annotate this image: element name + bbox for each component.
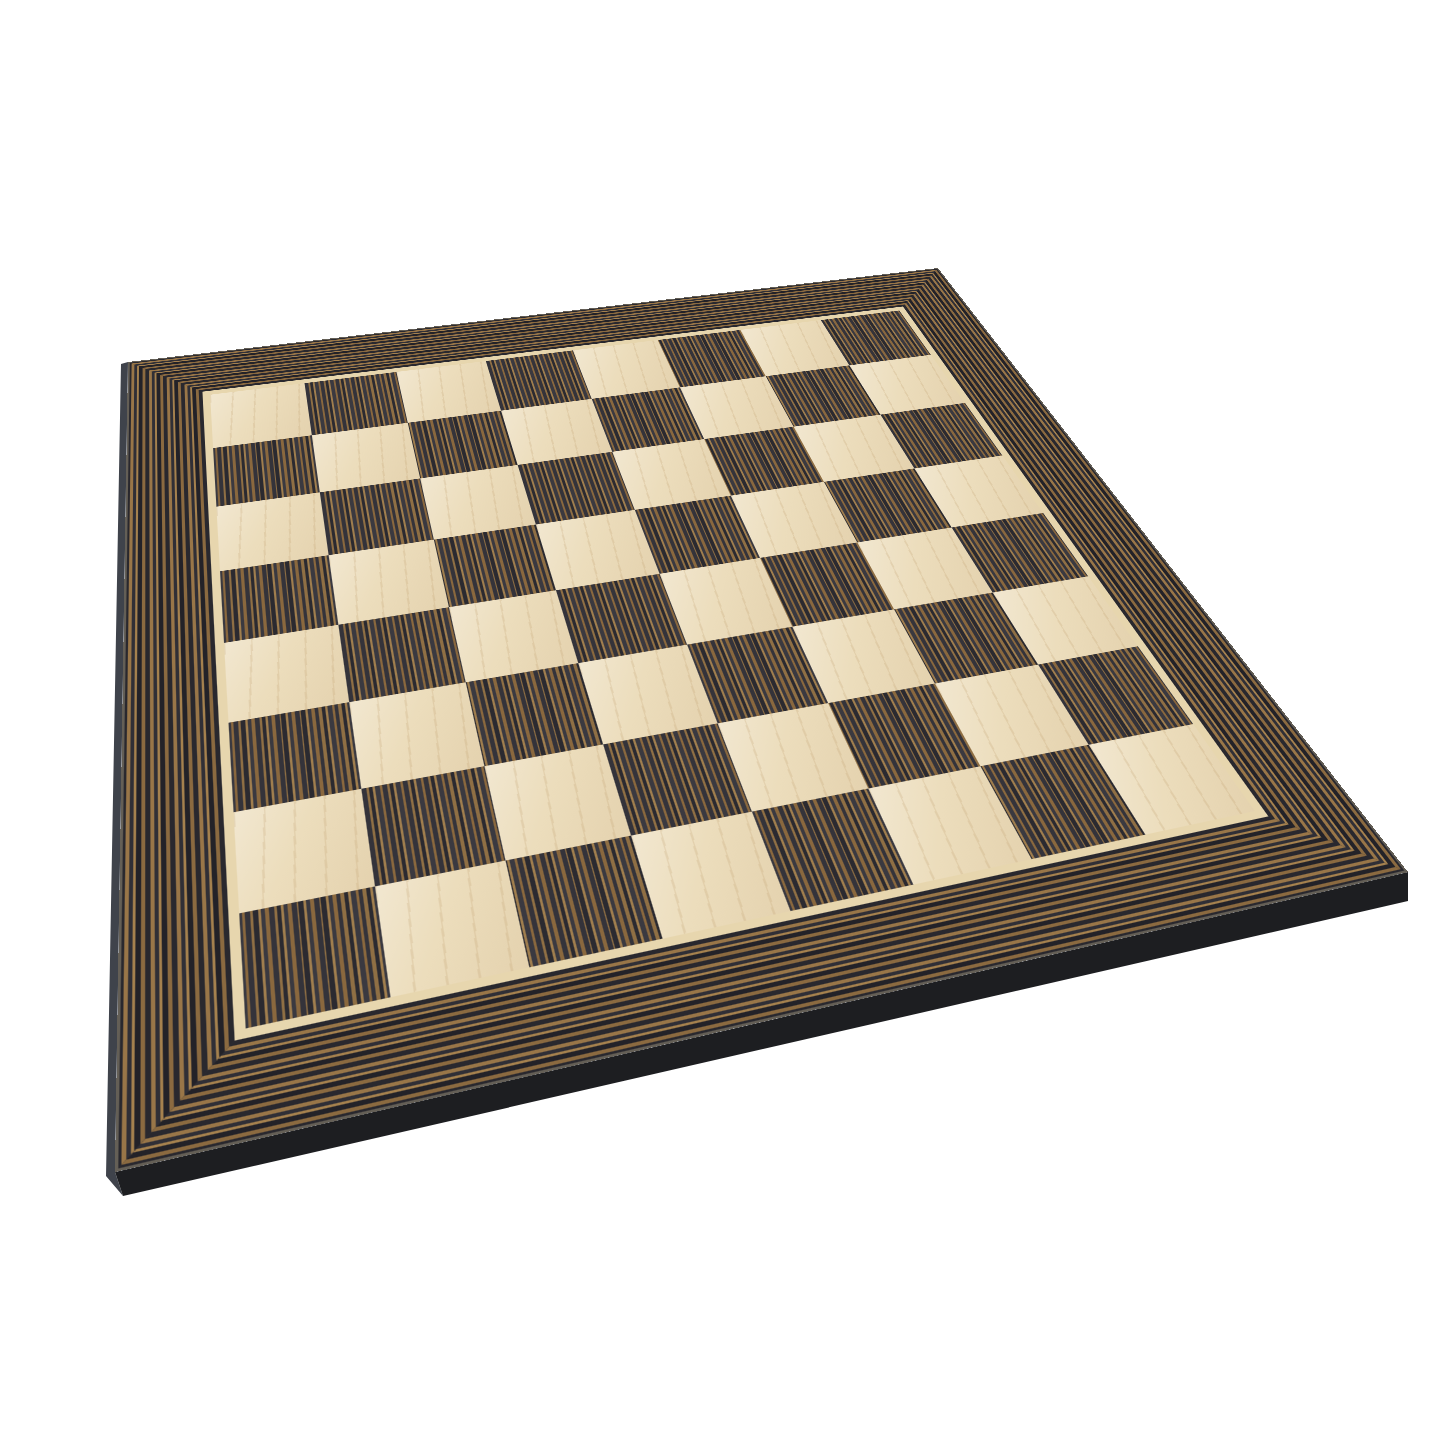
product-photo-scene — [0, 0, 1445, 1445]
